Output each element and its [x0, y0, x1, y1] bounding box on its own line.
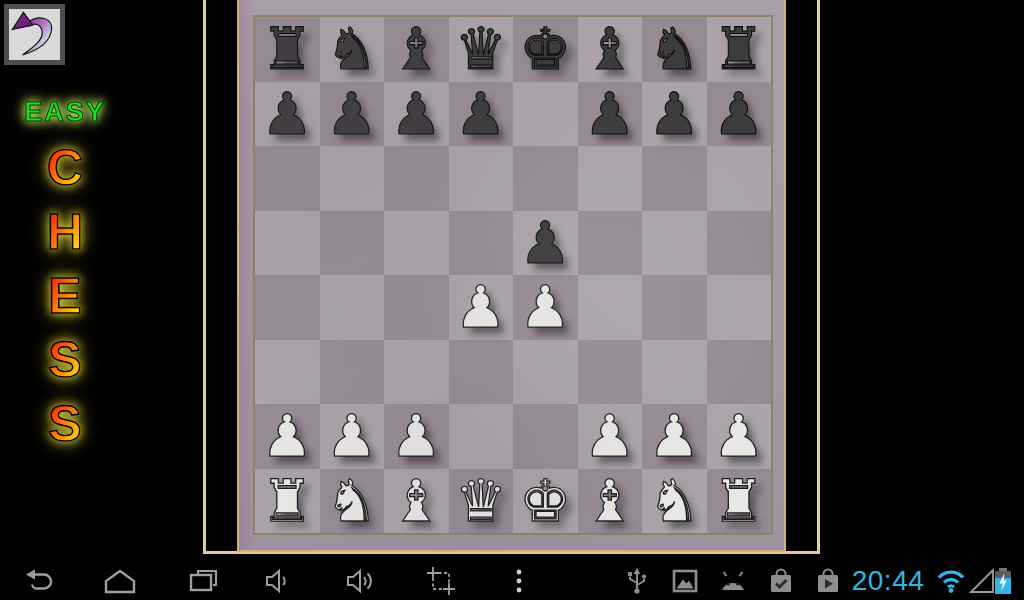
square-c5[interactable]	[384, 211, 449, 276]
square-g1[interactable]: ♞	[642, 469, 707, 534]
wifi-icon	[935, 568, 967, 594]
square-f7[interactable]: ♟	[578, 82, 643, 147]
screenshot-crop-button[interactable]	[426, 566, 456, 596]
white-bishop[interactable]: ♝	[390, 472, 442, 530]
square-f2[interactable]: ♟	[578, 404, 643, 469]
chess-board: ♜♞♝♛♚♝♞♜♟♟♟♟♟♟♟♟♟♟♟♟♟♟♟♟♜♞♝♛♚♝♞♜	[237, 0, 786, 552]
white-pawn[interactable]: ♟	[390, 407, 442, 465]
overflow-menu-icon	[514, 568, 524, 594]
black-knight[interactable]: ♞	[326, 20, 378, 78]
square-d4[interactable]: ♟	[449, 275, 514, 340]
square-d7[interactable]: ♟	[449, 82, 514, 147]
white-rook[interactable]: ♜	[713, 472, 765, 530]
brand-letter: E	[48, 264, 81, 328]
black-rook[interactable]: ♜	[713, 20, 765, 78]
android-system-bar: 20:44	[0, 562, 1024, 600]
square-c7[interactable]: ♟	[384, 82, 449, 147]
square-g2[interactable]: ♟	[642, 404, 707, 469]
square-g3[interactable]	[642, 340, 707, 405]
easy-chess-app: EASY C H E S S ♜♞♝♛♚♝♞♜♟♟♟♟♟♟♟♟♟♟♟♟♟♟♟♟♜…	[0, 0, 1024, 600]
bag-play-icon	[815, 567, 841, 595]
screenshot-crop-icon	[426, 566, 456, 596]
square-b4[interactable]	[320, 275, 385, 340]
square-g6[interactable]	[642, 146, 707, 211]
black-bishop[interactable]: ♝	[584, 20, 636, 78]
square-e8[interactable]: ♚	[513, 17, 578, 82]
square-b3[interactable]	[320, 340, 385, 405]
square-d6[interactable]	[449, 146, 514, 211]
bag-check-icon	[768, 567, 794, 595]
white-rook[interactable]: ♜	[261, 472, 313, 530]
volume-down-icon	[264, 568, 292, 594]
white-pawn[interactable]: ♟	[455, 278, 507, 336]
square-c3[interactable]	[384, 340, 449, 405]
black-bishop[interactable]: ♝	[390, 20, 442, 78]
square-h2[interactable]: ♟	[707, 404, 772, 469]
square-b5[interactable]	[320, 211, 385, 276]
square-a8[interactable]: ♜	[255, 17, 320, 82]
overflow-menu-button[interactable]	[514, 568, 524, 594]
square-h5[interactable]	[707, 211, 772, 276]
signal-strength-icon	[969, 568, 995, 594]
recents-button[interactable]	[188, 568, 218, 594]
gallery-icon	[672, 568, 698, 594]
white-knight[interactable]: ♞	[648, 472, 700, 530]
square-f4[interactable]	[578, 275, 643, 340]
usb-icon	[625, 567, 649, 595]
black-rook[interactable]: ♜	[261, 20, 313, 78]
brand-letter: C	[47, 136, 83, 200]
black-pawn[interactable]: ♟	[326, 85, 378, 143]
home-button[interactable]	[103, 568, 137, 594]
back-button[interactable]	[24, 568, 54, 594]
black-pawn[interactable]: ♟	[390, 85, 442, 143]
square-c8[interactable]: ♝	[384, 17, 449, 82]
square-e2[interactable]	[513, 404, 578, 469]
square-f6[interactable]	[578, 146, 643, 211]
square-d8[interactable]: ♛	[449, 17, 514, 82]
white-queen[interactable]: ♛	[455, 472, 507, 530]
square-a1[interactable]: ♜	[255, 469, 320, 534]
square-g8[interactable]: ♞	[642, 17, 707, 82]
volume-up-button[interactable]	[345, 568, 375, 594]
square-d1[interactable]: ♛	[449, 469, 514, 534]
android-robot-icon	[718, 568, 748, 594]
white-knight[interactable]: ♞	[326, 472, 378, 530]
brand-letter: S	[48, 392, 81, 456]
square-e4[interactable]: ♟	[513, 275, 578, 340]
square-c2[interactable]: ♟	[384, 404, 449, 469]
square-b2[interactable]: ♟	[320, 404, 385, 469]
white-pawn[interactable]: ♟	[648, 407, 700, 465]
square-e7[interactable]	[513, 82, 578, 147]
square-d5[interactable]	[449, 211, 514, 276]
white-pawn[interactable]: ♟	[584, 407, 636, 465]
square-b8[interactable]: ♞	[320, 17, 385, 82]
black-queen[interactable]: ♛	[455, 20, 507, 78]
square-e5[interactable]: ♟	[513, 211, 578, 276]
square-c4[interactable]	[384, 275, 449, 340]
white-pawn[interactable]: ♟	[261, 407, 313, 465]
black-pawn[interactable]: ♟	[713, 85, 765, 143]
white-pawn[interactable]: ♟	[519, 278, 571, 336]
square-d3[interactable]	[449, 340, 514, 405]
volume-up-icon	[345, 568, 375, 594]
square-a3[interactable]	[255, 340, 320, 405]
undo-button[interactable]	[4, 4, 65, 65]
square-f3[interactable]	[578, 340, 643, 405]
chess-board-grid: ♜♞♝♛♚♝♞♜♟♟♟♟♟♟♟♟♟♟♟♟♟♟♟♟♜♞♝♛♚♝♞♜	[253, 15, 773, 535]
square-h1[interactable]: ♜	[707, 469, 772, 534]
square-h7[interactable]: ♟	[707, 82, 772, 147]
square-b7[interactable]: ♟	[320, 82, 385, 147]
white-bishop[interactable]: ♝	[584, 472, 636, 530]
white-pawn[interactable]: ♟	[326, 407, 378, 465]
brand-letter: H	[47, 200, 83, 264]
square-b1[interactable]: ♞	[320, 469, 385, 534]
square-f8[interactable]: ♝	[578, 17, 643, 82]
black-pawn[interactable]: ♟	[519, 214, 571, 272]
white-pawn[interactable]: ♟	[713, 407, 765, 465]
brand-letter: S	[48, 328, 81, 392]
white-king[interactable]: ♚	[519, 472, 571, 530]
square-a7[interactable]: ♟	[255, 82, 320, 147]
square-f5[interactable]	[578, 211, 643, 276]
recents-icon	[188, 568, 218, 594]
square-h6[interactable]	[707, 146, 772, 211]
square-a5[interactable]	[255, 211, 320, 276]
status-clock: 20:44	[852, 565, 925, 597]
square-e6[interactable]	[513, 146, 578, 211]
square-g5[interactable]	[642, 211, 707, 276]
square-d2[interactable]	[449, 404, 514, 469]
square-g7[interactable]: ♟	[642, 82, 707, 147]
square-c1[interactable]: ♝	[384, 469, 449, 534]
undo-arrow-icon	[9, 9, 60, 60]
back-icon	[24, 568, 54, 594]
square-h4[interactable]	[707, 275, 772, 340]
square-a4[interactable]	[255, 275, 320, 340]
black-king[interactable]: ♚	[519, 20, 571, 78]
black-pawn[interactable]: ♟	[455, 85, 507, 143]
square-g4[interactable]	[642, 275, 707, 340]
black-pawn[interactable]: ♟	[584, 85, 636, 143]
home-icon	[103, 568, 137, 594]
black-pawn[interactable]: ♟	[648, 85, 700, 143]
square-h3[interactable]	[707, 340, 772, 405]
square-f1[interactable]: ♝	[578, 469, 643, 534]
square-e1[interactable]: ♚	[513, 469, 578, 534]
square-a2[interactable]: ♟	[255, 404, 320, 469]
square-b6[interactable]	[320, 146, 385, 211]
square-a6[interactable]	[255, 146, 320, 211]
square-h8[interactable]: ♜	[707, 17, 772, 82]
black-knight[interactable]: ♞	[648, 20, 700, 78]
brand-chess-label: C H E S S	[0, 136, 130, 456]
square-c6[interactable]	[384, 146, 449, 211]
black-pawn[interactable]: ♟	[261, 85, 313, 143]
volume-down-button[interactable]	[264, 568, 292, 594]
battery-charging-icon	[994, 567, 1012, 595]
brand-easy-label: EASY	[0, 97, 130, 128]
square-e3[interactable]	[513, 340, 578, 405]
